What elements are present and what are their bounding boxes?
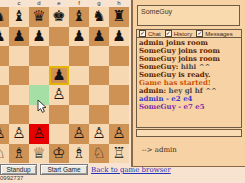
piece-wB-f1[interactable]: ♗: [72, 144, 85, 163]
mouse-cursor-icon: [37, 100, 48, 113]
square-g3[interactable]: [89, 105, 109, 125]
piece-wP-g2[interactable]: ♙: [92, 124, 105, 143]
standup-button[interactable]: Standup: [0, 164, 37, 175]
square-b3[interactable]: [0, 105, 9, 125]
piece-wP-c2[interactable]: ♙: [12, 124, 25, 143]
piece-bP-c7[interactable]: ♟: [12, 27, 25, 46]
piece-wB-c1[interactable]: ♗: [12, 144, 25, 163]
square-c4[interactable]: [9, 85, 29, 105]
filter-label: Chat: [148, 31, 161, 37]
square-f2[interactable]: ♙: [69, 124, 89, 144]
piece-wQ-d1[interactable]: ♕: [32, 144, 45, 163]
chat-panel: SomeGuy ✓Chat✓History✓Messages admin joi…: [131, 0, 245, 167]
square-d8[interactable]: ♛: [29, 7, 49, 27]
square-c2[interactable]: ♙: [9, 124, 29, 144]
square-c3[interactable]: [9, 105, 29, 125]
square-f6[interactable]: [69, 46, 89, 66]
square-e4[interactable]: ♙: [49, 85, 69, 105]
checkbox-icon[interactable]: ✓: [196, 30, 203, 37]
square-h6[interactable]: [109, 46, 129, 66]
filter-history[interactable]: ✓History: [165, 30, 193, 37]
square-c5[interactable]: [9, 66, 29, 86]
piece-bR-h8[interactable]: ♜: [112, 7, 125, 26]
square-g6[interactable]: [89, 46, 109, 66]
square-h1[interactable]: ♖: [109, 144, 129, 164]
filter-messages[interactable]: ✓Messages: [196, 30, 232, 37]
piece-wP-d2[interactable]: ♙: [32, 124, 45, 143]
back-to-browser-link[interactable]: Back to game browser: [91, 166, 171, 174]
file-label-e: e: [49, 0, 69, 7]
square-b5[interactable]: [0, 66, 9, 86]
square-h8[interactable]: ♜: [109, 7, 129, 27]
square-d7[interactable]: ♟: [29, 27, 49, 47]
square-h5[interactable]: [109, 66, 129, 86]
piece-bN-b8[interactable]: ♞: [0, 7, 6, 26]
piece-bP-g7[interactable]: ♟: [92, 27, 105, 46]
square-h4[interactable]: [109, 85, 129, 105]
square-b7[interactable]: ♟: [0, 27, 9, 47]
piece-wK-e1[interactable]: ♔: [52, 144, 65, 163]
piece-wN-g1[interactable]: ♘: [92, 144, 105, 163]
square-g8[interactable]: ♞: [89, 7, 109, 27]
message-list[interactable]: admin joins roomSomeGuy joins roomSomeGu…: [136, 37, 242, 128]
square-b4[interactable]: [0, 85, 9, 105]
file-label-d: d: [29, 0, 49, 7]
square-g7[interactable]: ♟: [89, 27, 109, 47]
square-f7[interactable]: ♟: [69, 27, 89, 47]
checkbox-icon[interactable]: ✓: [139, 30, 146, 37]
square-e6[interactable]: [49, 46, 69, 66]
piece-bP-h7[interactable]: ♟: [112, 27, 125, 46]
square-d2[interactable]: ♙: [29, 124, 49, 144]
square-e8[interactable]: ♚: [49, 7, 69, 27]
piece-bB-c8[interactable]: ♝: [12, 7, 25, 26]
piece-bB-f8[interactable]: ♝: [72, 7, 85, 26]
piece-wP-b2[interactable]: ♙: [0, 124, 6, 143]
square-g1[interactable]: ♘: [89, 144, 109, 164]
chat-target-label: --> admin: [142, 146, 177, 154]
filter-label: History: [174, 31, 193, 37]
square-d1[interactable]: ♕: [29, 144, 49, 164]
piece-bP-b7[interactable]: ♟: [0, 27, 6, 46]
square-h3[interactable]: [109, 105, 129, 125]
piece-wP-f2[interactable]: ♙: [72, 124, 85, 143]
board-file-labels: cdefgh: [0, 0, 129, 7]
square-c8[interactable]: ♝: [9, 7, 29, 27]
file-label-h: h: [109, 0, 129, 7]
piece-bN-g8[interactable]: ♞: [92, 7, 105, 26]
session-number: 0992737: [0, 175, 23, 181]
chess-board: ♜♞♝♛♚♝♞♜♟♟♟♟♟♟♟♟♙♙♙♙♙♙♙♙♖♘♗♕♔♗♘♖: [0, 7, 129, 163]
file-label-g: g: [89, 0, 109, 7]
piece-wP-h2[interactable]: ♙: [112, 124, 125, 143]
square-f3[interactable]: [69, 105, 89, 125]
square-c7[interactable]: ♟: [9, 27, 29, 47]
square-h2[interactable]: ♙: [109, 124, 129, 144]
checkbox-icon[interactable]: ✓: [165, 30, 172, 37]
seat-button[interactable]: SomeGuy: [137, 5, 240, 26]
square-e2[interactable]: [49, 124, 69, 144]
file-label-f: f: [69, 0, 89, 7]
square-d6[interactable]: [29, 46, 49, 66]
square-b2[interactable]: ♙: [0, 124, 9, 144]
square-g5[interactable]: [89, 66, 109, 86]
square-g4[interactable]: [89, 85, 109, 105]
square-f1[interactable]: ♗: [69, 144, 89, 164]
square-b6[interactable]: [0, 46, 9, 66]
piece-wN-b1[interactable]: ♘: [0, 144, 6, 163]
square-f4[interactable]: [69, 85, 89, 105]
square-f8[interactable]: ♝: [69, 7, 89, 27]
file-label-c: c: [9, 0, 29, 7]
chat-message: SomeGuy - e7 e5: [139, 103, 241, 111]
square-e1[interactable]: ♔: [49, 144, 69, 164]
piece-bP-e5[interactable]: ♟: [52, 66, 65, 85]
square-e7[interactable]: [49, 27, 69, 47]
square-b1[interactable]: ♘: [0, 144, 9, 164]
piece-bP-f7[interactable]: ♟: [72, 27, 85, 46]
game-window: cdefgh ♜♞♝♛♚♝♞♜♟♟♟♟♟♟♟♟♙♙♙♙♙♙♙♙♖♘♗♕♔♗♘♖ …: [0, 0, 245, 183]
board-grid: ♜♞♝♛♚♝♞♜♟♟♟♟♟♟♟♟♙♙♙♙♙♙♙♙♖♘♗♕♔♗♘♖: [0, 7, 129, 163]
piece-wP-e4[interactable]: ♙: [52, 85, 65, 104]
square-e5[interactable]: ♟: [49, 66, 69, 86]
filter-label: Messages: [205, 31, 232, 37]
square-f5[interactable]: [69, 66, 89, 86]
filter-chat[interactable]: ✓Chat: [139, 30, 161, 37]
piece-bK-e8[interactable]: ♚: [52, 7, 65, 26]
square-e3[interactable]: [49, 105, 69, 125]
piece-wR-h1[interactable]: ♖: [112, 144, 125, 163]
square-c6[interactable]: [9, 46, 29, 66]
square-g2[interactable]: ♙: [89, 124, 109, 144]
piece-bP-d7[interactable]: ♟: [32, 27, 45, 46]
square-h7[interactable]: ♟: [109, 27, 129, 47]
square-b8[interactable]: ♞: [0, 7, 9, 27]
chat-input[interactable]: [136, 129, 242, 137]
square-d5[interactable]: [29, 66, 49, 86]
piece-bQ-d8[interactable]: ♛: [32, 7, 45, 26]
square-c1[interactable]: ♗: [9, 144, 29, 164]
start-game-button[interactable]: Start Game: [40, 164, 88, 175]
